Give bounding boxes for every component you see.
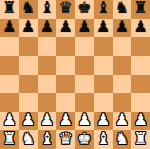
square-g3[interactable]: [113, 93, 132, 112]
piece-black-pawn: ♟: [77, 19, 91, 35]
piece-black-pawn: ♟: [40, 19, 54, 35]
piece-black-queen: ♛: [58, 0, 72, 16]
square-c5[interactable]: [38, 56, 57, 75]
piece-white-pawn: ♟: [2, 112, 16, 128]
square-b1[interactable]: ♞: [19, 130, 38, 149]
square-c4[interactable]: [38, 75, 57, 94]
square-a2[interactable]: ♟: [0, 112, 19, 131]
square-a4[interactable]: [0, 75, 19, 94]
square-f8[interactable]: ♝: [94, 0, 113, 19]
square-h1[interactable]: ♜: [131, 130, 150, 149]
piece-black-pawn: ♟: [96, 19, 110, 35]
piece-black-rook: ♜: [133, 0, 147, 16]
piece-white-pawn: ♟: [133, 112, 147, 128]
square-c1[interactable]: ♝: [38, 130, 57, 149]
square-b8[interactable]: ♞: [19, 0, 38, 19]
square-e4[interactable]: [75, 75, 94, 94]
square-g2[interactable]: ♟: [113, 112, 132, 131]
square-e5[interactable]: [75, 56, 94, 75]
square-g7[interactable]: ♟: [113, 19, 132, 38]
square-e1[interactable]: ♚: [75, 130, 94, 149]
square-e8[interactable]: ♚: [75, 0, 94, 19]
piece-white-pawn: ♟: [115, 112, 129, 128]
square-d2[interactable]: ♟: [56, 112, 75, 131]
piece-white-king: ♚: [77, 131, 91, 147]
piece-white-pawn: ♟: [96, 112, 110, 128]
square-e3[interactable]: [75, 93, 94, 112]
piece-white-queen: ♛: [58, 131, 72, 147]
square-e6[interactable]: [75, 37, 94, 56]
square-g8[interactable]: ♞: [113, 0, 132, 19]
piece-black-pawn: ♟: [115, 19, 129, 35]
square-g5[interactable]: [113, 56, 132, 75]
square-b7[interactable]: ♟: [19, 19, 38, 38]
piece-white-pawn: ♟: [58, 112, 72, 128]
square-a8[interactable]: ♜: [0, 0, 19, 19]
square-a7[interactable]: ♟: [0, 19, 19, 38]
piece-black-knight: ♞: [115, 0, 129, 16]
square-h2[interactable]: ♟: [131, 112, 150, 131]
piece-white-bishop: ♝: [40, 131, 54, 147]
piece-white-knight: ♞: [115, 131, 129, 147]
square-b3[interactable]: [19, 93, 38, 112]
square-f2[interactable]: ♟: [94, 112, 113, 131]
square-g1[interactable]: ♞: [113, 130, 132, 149]
square-h6[interactable]: [131, 37, 150, 56]
square-c6[interactable]: [38, 37, 57, 56]
square-f5[interactable]: [94, 56, 113, 75]
square-f4[interactable]: [94, 75, 113, 94]
square-g4[interactable]: [113, 75, 132, 94]
piece-black-king: ♚: [77, 0, 91, 16]
square-c7[interactable]: ♟: [38, 19, 57, 38]
square-a3[interactable]: [0, 93, 19, 112]
square-g6[interactable]: [113, 37, 132, 56]
piece-white-rook: ♜: [133, 131, 147, 147]
square-a5[interactable]: [0, 56, 19, 75]
piece-black-pawn: ♟: [2, 19, 16, 35]
square-d7[interactable]: ♟: [56, 19, 75, 38]
piece-black-knight: ♞: [21, 0, 35, 16]
chess-board: ♜♞♝♛♚♝♞♜♟♟♟♟♟♟♟♟♟♟♟♟♟♟♟♟♜♞♝♛♚♝♞♜: [0, 0, 150, 149]
piece-white-pawn: ♟: [21, 112, 35, 128]
piece-white-pawn: ♟: [77, 112, 91, 128]
piece-black-pawn: ♟: [133, 19, 147, 35]
square-h7[interactable]: ♟: [131, 19, 150, 38]
square-f7[interactable]: ♟: [94, 19, 113, 38]
square-a1[interactable]: ♜: [0, 130, 19, 149]
square-e7[interactable]: ♟: [75, 19, 94, 38]
square-h8[interactable]: ♜: [131, 0, 150, 19]
square-c3[interactable]: [38, 93, 57, 112]
square-h3[interactable]: [131, 93, 150, 112]
square-a6[interactable]: [0, 37, 19, 56]
square-b4[interactable]: [19, 75, 38, 94]
piece-white-rook: ♜: [2, 131, 16, 147]
square-f1[interactable]: ♝: [94, 130, 113, 149]
square-b2[interactable]: ♟: [19, 112, 38, 131]
square-d1[interactable]: ♛: [56, 130, 75, 149]
square-e2[interactable]: ♟: [75, 112, 94, 131]
piece-black-bishop: ♝: [96, 0, 110, 16]
piece-black-bishop: ♝: [40, 0, 54, 16]
square-b6[interactable]: [19, 37, 38, 56]
chess-board-container: ♜♞♝♛♚♝♞♜♟♟♟♟♟♟♟♟♟♟♟♟♟♟♟♟♜♞♝♛♚♝♞♜: [0, 0, 150, 149]
piece-white-bishop: ♝: [96, 131, 110, 147]
piece-white-pawn: ♟: [40, 112, 54, 128]
square-f6[interactable]: [94, 37, 113, 56]
square-h4[interactable]: [131, 75, 150, 94]
square-d6[interactable]: [56, 37, 75, 56]
piece-black-pawn: ♟: [58, 19, 72, 35]
piece-white-knight: ♞: [21, 131, 35, 147]
square-d4[interactable]: [56, 75, 75, 94]
square-h5[interactable]: [131, 56, 150, 75]
square-b5[interactable]: [19, 56, 38, 75]
square-d3[interactable]: [56, 93, 75, 112]
square-d8[interactable]: ♛: [56, 0, 75, 19]
square-c8[interactable]: ♝: [38, 0, 57, 19]
square-f3[interactable]: [94, 93, 113, 112]
square-d5[interactable]: [56, 56, 75, 75]
piece-black-rook: ♜: [2, 0, 16, 16]
square-c2[interactable]: ♟: [38, 112, 57, 131]
piece-black-pawn: ♟: [21, 19, 35, 35]
